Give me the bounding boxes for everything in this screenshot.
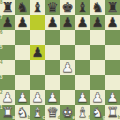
square-h4[interactable] — [105, 60, 120, 75]
square-e7[interactable]: ♟ — [60, 15, 75, 30]
square-b2[interactable]: ♟ — [15, 90, 30, 105]
square-d1[interactable]: d♛ — [45, 105, 60, 120]
square-a6[interactable]: 6 — [0, 30, 15, 45]
rank-label-6: 6 — [0, 30, 3, 35]
square-g1[interactable]: g♞ — [90, 105, 105, 120]
square-a2[interactable]: 2♟ — [0, 90, 15, 105]
square-h7[interactable]: ♟ — [105, 15, 120, 30]
square-d6[interactable] — [45, 30, 60, 45]
square-e4[interactable]: ♟ — [60, 60, 75, 75]
black-rook[interactable]: ♜ — [1, 0, 13, 15]
square-h8[interactable]: ♜ — [105, 0, 120, 15]
square-c3[interactable] — [30, 75, 45, 90]
square-e5[interactable] — [60, 45, 75, 60]
square-c1[interactable]: c♝ — [30, 105, 45, 120]
square-a1[interactable]: 1a♜ — [0, 105, 15, 120]
white-pawn[interactable]: ♟ — [31, 90, 43, 105]
square-f8[interactable]: ♝ — [75, 0, 90, 15]
square-g8[interactable]: ♞ — [90, 0, 105, 15]
black-knight[interactable]: ♞ — [16, 0, 28, 15]
square-f7[interactable]: ♟ — [75, 15, 90, 30]
square-g2[interactable]: ♟ — [90, 90, 105, 105]
rank-label-5: 5 — [0, 45, 3, 50]
square-g5[interactable] — [90, 45, 105, 60]
square-f2[interactable]: ♟ — [75, 90, 90, 105]
white-knight[interactable]: ♞ — [91, 105, 103, 120]
square-c2[interactable]: ♟ — [30, 90, 45, 105]
square-b3[interactable] — [15, 75, 30, 90]
square-d7[interactable]: ♟ — [45, 15, 60, 30]
square-h5[interactable] — [105, 45, 120, 60]
square-a7[interactable]: 7♟ — [0, 15, 15, 30]
square-h3[interactable] — [105, 75, 120, 90]
white-rook[interactable]: ♜ — [106, 105, 118, 120]
square-d5[interactable] — [45, 45, 60, 60]
white-pawn[interactable]: ♟ — [1, 90, 13, 105]
square-c4[interactable] — [30, 60, 45, 75]
square-b5[interactable] — [15, 45, 30, 60]
white-pawn[interactable]: ♟ — [76, 90, 88, 105]
black-pawn[interactable]: ♟ — [91, 15, 103, 30]
black-pawn[interactable]: ♟ — [76, 15, 88, 30]
square-b4[interactable] — [15, 60, 30, 75]
white-pawn[interactable]: ♟ — [61, 60, 73, 75]
black-knight[interactable]: ♞ — [91, 0, 103, 15]
square-a3[interactable]: 3 — [0, 75, 15, 90]
black-pawn[interactable]: ♟ — [31, 45, 43, 60]
square-b1[interactable]: b♞ — [15, 105, 30, 120]
black-pawn[interactable]: ♟ — [46, 15, 58, 30]
black-rook[interactable]: ♜ — [106, 0, 118, 15]
square-d3[interactable] — [45, 75, 60, 90]
white-bishop[interactable]: ♝ — [31, 105, 43, 120]
square-a5[interactable]: 5 — [0, 45, 15, 60]
white-pawn[interactable]: ♟ — [106, 90, 118, 105]
white-bishop[interactable]: ♝ — [76, 105, 88, 120]
square-f1[interactable]: f♝ — [75, 105, 90, 120]
white-pawn[interactable]: ♟ — [16, 90, 28, 105]
square-d2[interactable]: ♟ — [45, 90, 60, 105]
square-d4[interactable] — [45, 60, 60, 75]
square-e2[interactable] — [60, 90, 75, 105]
square-f3[interactable] — [75, 75, 90, 90]
white-pawn[interactable]: ♟ — [46, 90, 58, 105]
square-g4[interactable] — [90, 60, 105, 75]
square-a4[interactable]: 4 — [0, 60, 15, 75]
square-b7[interactable]: ♟ — [15, 15, 30, 30]
square-b6[interactable] — [15, 30, 30, 45]
square-e6[interactable] — [60, 30, 75, 45]
square-h2[interactable]: ♟ — [105, 90, 120, 105]
black-bishop[interactable]: ♝ — [76, 0, 88, 15]
square-f5[interactable] — [75, 45, 90, 60]
black-pawn[interactable]: ♟ — [1, 15, 13, 30]
black-king[interactable]: ♚ — [61, 0, 73, 15]
rank-label-3: 3 — [0, 75, 3, 80]
square-a8[interactable]: 8♜ — [0, 0, 15, 15]
square-h6[interactable] — [105, 30, 120, 45]
square-c5[interactable]: ♟ — [30, 45, 45, 60]
black-pawn[interactable]: ♟ — [61, 15, 73, 30]
square-c8[interactable]: ♝ — [30, 0, 45, 15]
square-c7[interactable] — [30, 15, 45, 30]
square-e1[interactable]: e♚ — [60, 105, 75, 120]
square-e3[interactable] — [60, 75, 75, 90]
white-rook[interactable]: ♜ — [1, 105, 13, 120]
square-f6[interactable] — [75, 30, 90, 45]
chess-board: 8♜♞♝♛♚♝♞♜7♟♟♟♟♟♟♟65♟4♟32♟♟♟♟♟♟♟1a♜b♞c♝d♛… — [0, 0, 120, 120]
black-queen[interactable]: ♛ — [46, 0, 58, 15]
square-c6[interactable] — [30, 30, 45, 45]
square-h1[interactable]: h♜ — [105, 105, 120, 120]
black-bishop[interactable]: ♝ — [31, 0, 43, 15]
black-pawn[interactable]: ♟ — [106, 15, 118, 30]
square-g7[interactable]: ♟ — [90, 15, 105, 30]
square-b8[interactable]: ♞ — [15, 0, 30, 15]
square-g3[interactable] — [90, 75, 105, 90]
white-knight[interactable]: ♞ — [16, 105, 28, 120]
square-d8[interactable]: ♛ — [45, 0, 60, 15]
white-king[interactable]: ♚ — [61, 105, 73, 120]
square-g6[interactable] — [90, 30, 105, 45]
black-pawn[interactable]: ♟ — [16, 15, 28, 30]
square-f4[interactable] — [75, 60, 90, 75]
white-pawn[interactable]: ♟ — [91, 90, 103, 105]
white-queen[interactable]: ♛ — [46, 105, 58, 120]
square-e8[interactable]: ♚ — [60, 0, 75, 15]
rank-label-4: 4 — [0, 60, 3, 65]
